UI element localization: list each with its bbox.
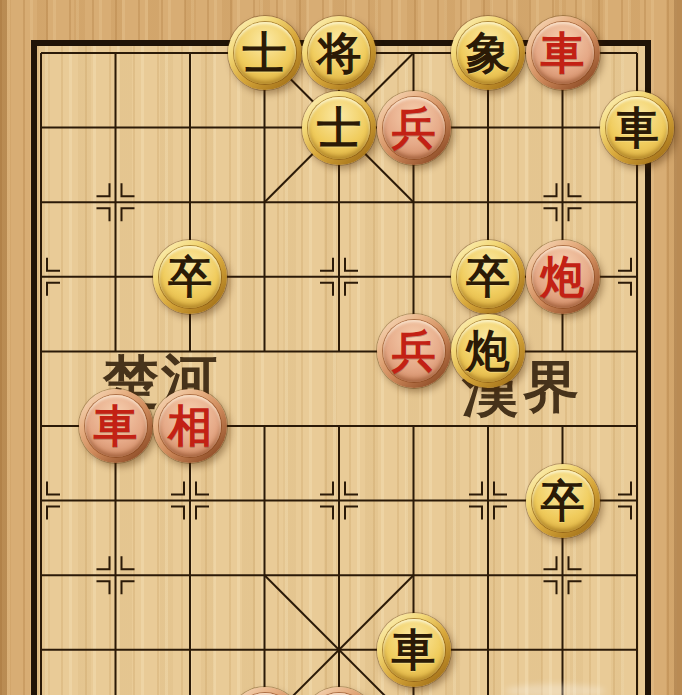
piece-red-unknown-f5r10[interactable] <box>302 687 376 695</box>
piece-glyph: 卒 <box>541 464 585 538</box>
piece-black-elephant-f7r1[interactable]: 象 <box>451 16 525 90</box>
piece-glyph: 将 <box>317 16 361 90</box>
xiangqi-board: 楚河漢界 士将象車士兵車卒卒炮兵炮車相卒車 <box>0 0 682 695</box>
piece-glyph: 車 <box>392 613 436 687</box>
piece-glyph: 兵 <box>392 314 436 388</box>
piece-glyph: 士 <box>243 16 287 90</box>
piece-black-chariot-f9r2[interactable]: 車 <box>600 91 674 165</box>
piece-glyph: 卒 <box>168 240 212 314</box>
wood-sheen <box>505 684 605 695</box>
piece-black-cannon-f7r5[interactable]: 炮 <box>451 314 525 388</box>
piece-red-soldier-f6r5[interactable]: 兵 <box>377 314 451 388</box>
piece-red-cannon-f8r4[interactable]: 炮 <box>526 240 600 314</box>
piece-glyph: 象 <box>466 16 510 90</box>
piece-red-soldier-f6r2[interactable]: 兵 <box>377 91 451 165</box>
piece-black-chariot-f6r9[interactable]: 車 <box>377 613 451 687</box>
pieces-layer: 士将象車士兵車卒卒炮兵炮車相卒車 <box>0 0 682 695</box>
piece-glyph: 車 <box>541 16 585 90</box>
piece-red-chariot-f8r1[interactable]: 車 <box>526 16 600 90</box>
piece-glyph: 炮 <box>541 240 585 314</box>
piece-black-advisor-f4r1[interactable]: 士 <box>228 16 302 90</box>
piece-glyph: 兵 <box>392 91 436 165</box>
piece-black-advisor-f5r2[interactable]: 士 <box>302 91 376 165</box>
piece-glyph: 卒 <box>466 240 510 314</box>
piece-black-soldier-f3r4[interactable]: 卒 <box>153 240 227 314</box>
piece-red-unknown-f4r10[interactable] <box>228 687 302 695</box>
piece-glyph: 相 <box>168 389 212 463</box>
piece-black-general-f5r1[interactable]: 将 <box>302 16 376 90</box>
piece-glyph: 炮 <box>466 314 510 388</box>
piece-black-soldier-f8r7[interactable]: 卒 <box>526 464 600 538</box>
piece-glyph: 士 <box>317 91 361 165</box>
piece-glyph: 車 <box>615 91 659 165</box>
piece-red-elephant-f3r6[interactable]: 相 <box>153 389 227 463</box>
piece-red-chariot-f2r6[interactable]: 車 <box>79 389 153 463</box>
piece-glyph: 車 <box>94 389 138 463</box>
piece-black-soldier-f7r4[interactable]: 卒 <box>451 240 525 314</box>
